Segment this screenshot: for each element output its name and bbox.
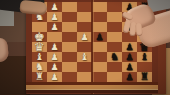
piece-wP[interactable]: ♟ [47,62,62,72]
board-hinge-highlight [93,0,94,94]
square[interactable] [92,52,107,62]
square[interactable] [62,62,77,72]
square[interactable] [107,22,122,32]
square[interactable]: ♞ [107,52,122,62]
square[interactable]: ♟ [47,12,62,22]
square[interactable] [77,22,92,32]
square[interactable]: ♟ [122,52,137,62]
square[interactable] [92,22,107,32]
square[interactable]: ♜ [137,72,152,82]
square[interactable] [47,32,62,42]
square[interactable]: ♟ [122,62,137,72]
piece-wR[interactable]: ♜ [32,72,47,82]
square[interactable] [77,62,92,72]
square[interactable]: ♟ [122,72,137,82]
piece-bP[interactable]: ♟ [92,32,107,42]
square[interactable] [62,22,77,32]
piece-wP[interactable]: ♟ [47,12,62,22]
square[interactable] [92,2,107,12]
square[interactable]: ♟ [47,2,62,12]
square[interactable] [62,32,77,42]
square[interactable] [107,12,122,22]
player-finger [136,23,143,36]
square[interactable] [107,32,122,42]
square[interactable] [77,2,92,12]
square[interactable]: ♟ [122,42,137,52]
piece-wP[interactable]: ♟ [47,22,62,32]
square[interactable] [77,72,92,82]
square[interactable] [92,62,107,72]
square[interactable] [62,52,77,62]
piece-wP[interactable]: ♟ [47,2,62,12]
piece-bN[interactable]: ♞ [107,52,122,62]
square[interactable]: ♟ [47,72,62,82]
piece-bP[interactable]: ♟ [122,42,137,52]
square[interactable] [92,42,107,52]
square[interactable]: ♟ [47,42,62,52]
square[interactable]: ♟ [92,32,107,42]
square[interactable]: ♝ [137,52,152,62]
piece-wP[interactable]: ♟ [77,32,92,42]
piece-wB[interactable]: ♝ [77,52,92,62]
square[interactable] [107,62,122,72]
square[interactable] [62,2,77,12]
square[interactable]: ♟ [47,52,62,62]
piece-bR[interactable]: ♜ [137,72,152,82]
square[interactable] [77,12,92,22]
piece-wP[interactable]: ♟ [47,72,62,82]
square[interactable] [107,2,122,12]
piece-bP[interactable]: ♟ [122,62,137,72]
square[interactable]: ♝ [77,52,92,62]
square[interactable]: ♟ [47,62,62,72]
square[interactable] [92,12,107,22]
square[interactable] [92,72,107,82]
piece-wP[interactable]: ♟ [47,52,62,62]
piece-wP[interactable]: ♟ [47,42,62,52]
square[interactable] [107,72,122,82]
piece-bP[interactable]: ♟ [122,52,137,62]
square[interactable] [62,72,77,82]
square[interactable]: ♜ [32,72,47,82]
piece-bP[interactable]: ♟ [122,72,137,82]
opponent-hand [19,0,47,15]
square[interactable] [62,12,77,22]
square[interactable]: ♟ [47,22,62,32]
square[interactable]: ♟ [77,32,92,42]
square[interactable] [62,42,77,52]
piece-bB[interactable]: ♝ [137,52,152,62]
board-frame-edge-highlight [26,89,166,90]
